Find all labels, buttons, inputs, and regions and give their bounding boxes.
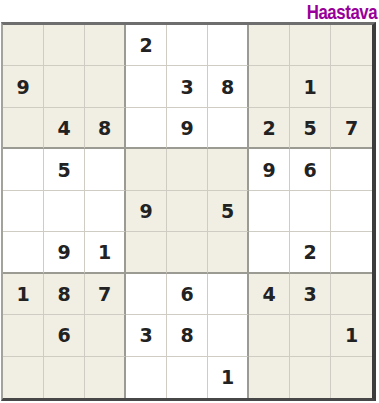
cell-r8c1[interactable]	[3, 315, 44, 356]
cell-r6c7[interactable]	[249, 232, 290, 273]
cell-r9c1[interactable]	[3, 357, 44, 398]
cell-r2c4[interactable]	[126, 66, 167, 107]
cell-r3c3[interactable]: 8	[85, 108, 126, 149]
cell-r8c7[interactable]	[249, 315, 290, 356]
cell-r5c5[interactable]	[167, 191, 208, 232]
cell-r4c2[interactable]: 5	[44, 149, 85, 190]
cell-r6c4[interactable]	[126, 232, 167, 273]
cell-r8c2[interactable]: 6	[44, 315, 85, 356]
cell-r4c8[interactable]: 6	[290, 149, 331, 190]
cell-r6c3[interactable]: 1	[85, 232, 126, 273]
cell-r3c9[interactable]: 7	[331, 108, 372, 149]
cell-r3c1[interactable]	[3, 108, 44, 149]
cell-r4c5[interactable]	[167, 149, 208, 190]
cell-r9c5[interactable]	[167, 357, 208, 398]
cell-r2c6[interactable]: 8	[208, 66, 249, 107]
cell-r2c7[interactable]	[249, 66, 290, 107]
cell-r4c9[interactable]	[331, 149, 372, 190]
cell-r6c5[interactable]	[167, 232, 208, 273]
cell-r9c6[interactable]: 1	[208, 357, 249, 398]
cell-r8c5[interactable]: 8	[167, 315, 208, 356]
cell-r5c6[interactable]: 5	[208, 191, 249, 232]
cell-r9c9[interactable]	[331, 357, 372, 398]
cell-r6c2[interactable]: 9	[44, 232, 85, 273]
cell-r6c9[interactable]	[331, 232, 372, 273]
cell-r3c4[interactable]	[126, 108, 167, 149]
cell-r6c6[interactable]	[208, 232, 249, 273]
cell-r7c8[interactable]: 3	[290, 274, 331, 315]
cell-r1c3[interactable]	[85, 25, 126, 66]
cell-r7c9[interactable]	[331, 274, 372, 315]
cell-r7c2[interactable]: 8	[44, 274, 85, 315]
cell-r5c7[interactable]	[249, 191, 290, 232]
cell-r9c2[interactable]	[44, 357, 85, 398]
cell-r3c8[interactable]: 5	[290, 108, 331, 149]
cell-r9c4[interactable]	[126, 357, 167, 398]
cell-r4c6[interactable]	[208, 149, 249, 190]
cell-r7c6[interactable]	[208, 274, 249, 315]
cell-r2c2[interactable]	[44, 66, 85, 107]
cell-r9c8[interactable]	[290, 357, 331, 398]
cell-r7c5[interactable]: 6	[167, 274, 208, 315]
cell-r2c9[interactable]	[331, 66, 372, 107]
cell-r4c1[interactable]	[3, 149, 44, 190]
cell-r7c3[interactable]: 7	[85, 274, 126, 315]
cell-r9c3[interactable]	[85, 357, 126, 398]
cell-r1c9[interactable]	[331, 25, 372, 66]
cell-r3c5[interactable]: 9	[167, 108, 208, 149]
cell-r7c4[interactable]	[126, 274, 167, 315]
cell-r1c8[interactable]	[290, 25, 331, 66]
cell-r1c4[interactable]: 2	[126, 25, 167, 66]
cell-r1c6[interactable]	[208, 25, 249, 66]
cell-r3c7[interactable]: 2	[249, 108, 290, 149]
difficulty-label: Haastava	[306, 1, 377, 22]
cell-r2c1[interactable]: 9	[3, 66, 44, 107]
cell-r1c7[interactable]	[249, 25, 290, 66]
cell-r8c8[interactable]	[290, 315, 331, 356]
cell-r9c7[interactable]	[249, 357, 290, 398]
cell-r2c8[interactable]: 1	[290, 66, 331, 107]
cell-r2c3[interactable]	[85, 66, 126, 107]
cell-r5c8[interactable]	[290, 191, 331, 232]
cell-r8c6[interactable]	[208, 315, 249, 356]
cell-r1c5[interactable]	[167, 25, 208, 66]
cell-r5c2[interactable]	[44, 191, 85, 232]
sudoku-page: Haastava 293814892575969591218764363811	[0, 0, 379, 403]
cell-r6c1[interactable]	[3, 232, 44, 273]
cell-r4c7[interactable]: 9	[249, 149, 290, 190]
cell-r3c2[interactable]: 4	[44, 108, 85, 149]
cell-r3c6[interactable]	[208, 108, 249, 149]
cell-r1c2[interactable]	[44, 25, 85, 66]
cell-r5c4[interactable]: 9	[126, 191, 167, 232]
cell-r4c3[interactable]	[85, 149, 126, 190]
header: Haastava	[0, 0, 379, 22]
cell-r4c4[interactable]	[126, 149, 167, 190]
cell-r8c4[interactable]: 3	[126, 315, 167, 356]
cell-r5c9[interactable]	[331, 191, 372, 232]
sudoku-board: 293814892575969591218764363811	[1, 22, 376, 401]
cell-r8c9[interactable]: 1	[331, 315, 372, 356]
cell-r1c1[interactable]	[3, 25, 44, 66]
cell-r5c1[interactable]	[3, 191, 44, 232]
cell-r7c1[interactable]: 1	[3, 274, 44, 315]
cell-r8c3[interactable]	[85, 315, 126, 356]
cell-r5c3[interactable]	[85, 191, 126, 232]
cell-r2c5[interactable]: 3	[167, 66, 208, 107]
cell-r6c8[interactable]: 2	[290, 232, 331, 273]
cell-r7c7[interactable]: 4	[249, 274, 290, 315]
